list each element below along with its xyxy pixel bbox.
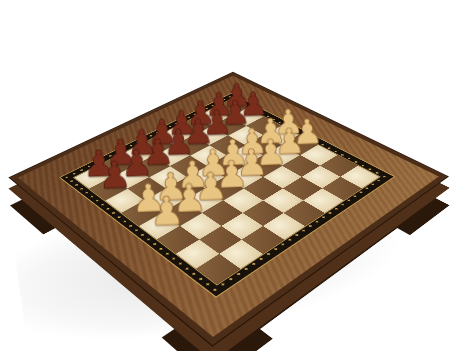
square-h1 xyxy=(340,166,379,189)
photo-background: ♟♟♟♟♟♟♟♟♟♟♟♟♟♟♟♟♟♟♟♟♟♟♟♟♟♟♟♟♟♟♟♟ xyxy=(0,0,452,351)
square-a7: ♟ xyxy=(89,177,127,200)
light-piece: ♟ xyxy=(144,191,189,232)
scene: ♟♟♟♟♟♟♟♟♟♟♟♟♟♟♟♟♟♟♟♟♟♟♟♟♟♟♟♟♟♟♟♟ xyxy=(63,15,386,338)
board-frame: ♟♟♟♟♟♟♟♟♟♟♟♟♟♟♟♟♟♟♟♟♟♟♟♟♟♟♟♟♟♟♟♟ xyxy=(10,72,448,345)
scene-tilt: ♟♟♟♟♟♟♟♟♟♟♟♟♟♟♟♟♟♟♟♟♟♟♟♟♟♟♟♟♟♟♟♟ xyxy=(0,0,452,351)
playfield-grid: ♟♟♟♟♟♟♟♟♟♟♟♟♟♟♟♟♟♟♟♟♟♟♟♟♟♟♟♟♟♟♟♟ xyxy=(73,99,381,286)
chessboard: ♟♟♟♟♟♟♟♟♟♟♟♟♟♟♟♟♟♟♟♟♟♟♟♟♟♟♟♟♟♟♟♟ xyxy=(10,72,448,345)
